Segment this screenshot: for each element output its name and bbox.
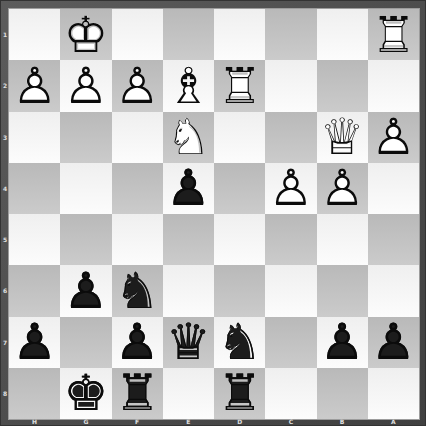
square-g3[interactable] [60, 112, 111, 163]
white-pawn-glyph: ♟ [60, 60, 111, 111]
square-b8[interactable] [317, 368, 368, 419]
square-g4[interactable] [60, 163, 111, 214]
square-g5[interactable] [60, 214, 111, 265]
black-pawn-glyph: ♟ [60, 265, 111, 316]
square-c2[interactable] [265, 60, 316, 111]
rank-label-4: 4 [1, 163, 9, 214]
square-f4[interactable] [112, 163, 163, 214]
file-label-c: C [265, 417, 316, 425]
square-h7[interactable]: ♟♙ [9, 317, 60, 368]
black-king[interactable]: ♚♔ [60, 368, 111, 419]
square-c7[interactable] [265, 317, 316, 368]
square-f7[interactable]: ♟♙ [112, 317, 163, 368]
square-a5[interactable] [368, 214, 419, 265]
square-d1[interactable] [214, 9, 265, 60]
rank-label-1: 1 [1, 9, 9, 60]
white-pawn-outline: ♙ [60, 60, 111, 111]
white-pawn[interactable]: ♟♙ [9, 60, 60, 111]
white-knight[interactable]: ♞♘ [163, 112, 214, 163]
square-a4[interactable] [368, 163, 419, 214]
black-pawn[interactable]: ♟♙ [9, 317, 60, 368]
square-e3[interactable]: ♞♘ [163, 112, 214, 163]
rank-label-7: 7 [1, 317, 9, 368]
black-knight-outline: ♘ [214, 317, 265, 368]
square-h2[interactable]: ♟♙ [9, 60, 60, 111]
file-label-e: E [163, 417, 214, 425]
black-king-outline: ♔ [60, 368, 111, 419]
black-pawn-outline: ♙ [368, 317, 419, 368]
white-rook-glyph: ♜ [368, 9, 419, 60]
black-pawn[interactable]: ♟♙ [368, 317, 419, 368]
square-c8[interactable] [265, 368, 316, 419]
square-a8[interactable] [368, 368, 419, 419]
black-pawn[interactable]: ♟♙ [60, 265, 111, 316]
square-f8[interactable]: ♜♖ [112, 368, 163, 419]
black-knight-glyph: ♞ [112, 265, 163, 316]
square-h3[interactable] [9, 112, 60, 163]
file-label-g: G [60, 417, 111, 425]
white-pawn-outline: ♙ [317, 163, 368, 214]
rank-label-3: 3 [1, 112, 9, 163]
white-bishop-glyph: ♝ [163, 60, 214, 111]
square-f5[interactable] [112, 214, 163, 265]
square-d4[interactable] [214, 163, 265, 214]
black-knight[interactable]: ♞♘ [214, 317, 265, 368]
square-b3[interactable]: ♛♕ [317, 112, 368, 163]
black-rook-glyph: ♜ [214, 368, 265, 419]
black-queen[interactable]: ♛♕ [163, 317, 214, 368]
square-h8[interactable] [9, 368, 60, 419]
square-d8[interactable]: ♜♖ [214, 368, 265, 419]
white-pawn-glyph: ♟ [112, 60, 163, 111]
square-e5[interactable] [163, 214, 214, 265]
square-c6[interactable] [265, 265, 316, 316]
square-f1[interactable] [112, 9, 163, 60]
black-pawn-glyph: ♟ [317, 317, 368, 368]
rank-label-8: 8 [1, 368, 9, 419]
square-b1[interactable] [317, 9, 368, 60]
white-bishop[interactable]: ♝♗ [163, 60, 214, 111]
square-h5[interactable] [9, 214, 60, 265]
square-b7[interactable]: ♟♙ [317, 317, 368, 368]
black-knight-glyph: ♞ [214, 317, 265, 368]
black-rook[interactable]: ♜♖ [214, 368, 265, 419]
black-queen-outline: ♕ [163, 317, 214, 368]
white-pawn[interactable]: ♟♙ [112, 60, 163, 111]
white-queen-outline: ♕ [317, 112, 368, 163]
white-pawn-outline: ♙ [265, 163, 316, 214]
white-rook[interactable]: ♜♖ [214, 60, 265, 111]
square-a3[interactable]: ♟♙ [368, 112, 419, 163]
square-g8[interactable]: ♚♔ [60, 368, 111, 419]
rank-label-6: 6 [1, 265, 9, 316]
white-king[interactable]: ♚♔ [60, 9, 111, 60]
black-pawn-glyph: ♟ [163, 163, 214, 214]
white-pawn[interactable]: ♟♙ [317, 163, 368, 214]
square-e4[interactable]: ♟♙ [163, 163, 214, 214]
square-d5[interactable] [214, 214, 265, 265]
square-h6[interactable] [9, 265, 60, 316]
file-label-d: D [214, 417, 265, 425]
rank-label-2: 2 [1, 60, 9, 111]
file-label-b: B [317, 417, 368, 425]
white-pawn[interactable]: ♟♙ [368, 112, 419, 163]
white-pawn-glyph: ♟ [9, 60, 60, 111]
square-h4[interactable] [9, 163, 60, 214]
file-label-f: F [112, 417, 163, 425]
square-e8[interactable] [163, 368, 214, 419]
white-pawn[interactable]: ♟♙ [265, 163, 316, 214]
square-c1[interactable] [265, 9, 316, 60]
white-rook-outline: ♖ [368, 9, 419, 60]
white-rook[interactable]: ♜♖ [368, 9, 419, 60]
black-pawn[interactable]: ♟♙ [317, 317, 368, 368]
square-a7[interactable]: ♟♙ [368, 317, 419, 368]
white-rook-glyph: ♜ [214, 60, 265, 111]
file-label-a: A [368, 417, 419, 425]
square-a2[interactable] [368, 60, 419, 111]
white-knight-glyph: ♞ [163, 112, 214, 163]
black-pawn-glyph: ♟ [112, 317, 163, 368]
black-knight-outline: ♘ [112, 265, 163, 316]
square-h1[interactable] [9, 9, 60, 60]
square-e2[interactable]: ♝♗ [163, 60, 214, 111]
black-rook-outline: ♖ [214, 368, 265, 419]
white-pawn-outline: ♙ [368, 112, 419, 163]
square-b2[interactable] [317, 60, 368, 111]
black-pawn-glyph: ♟ [9, 317, 60, 368]
black-queen-glyph: ♛ [163, 317, 214, 368]
square-b4[interactable]: ♟♙ [317, 163, 368, 214]
square-d3[interactable] [214, 112, 265, 163]
white-king-outline: ♔ [60, 9, 111, 60]
square-f3[interactable] [112, 112, 163, 163]
black-rook-outline: ♖ [112, 368, 163, 419]
black-pawn-outline: ♙ [9, 317, 60, 368]
square-f6[interactable]: ♞♘ [112, 265, 163, 316]
white-pawn-outline: ♙ [112, 60, 163, 111]
square-c4[interactable]: ♟♙ [265, 163, 316, 214]
square-e1[interactable] [163, 9, 214, 60]
white-king-glyph: ♚ [60, 9, 111, 60]
white-pawn-glyph: ♟ [317, 163, 368, 214]
black-pawn[interactable]: ♟♙ [112, 317, 163, 368]
white-queen[interactable]: ♛♕ [317, 112, 368, 163]
square-a6[interactable] [368, 265, 419, 316]
square-c3[interactable] [265, 112, 316, 163]
black-pawn-outline: ♙ [60, 265, 111, 316]
square-d7[interactable]: ♞♘ [214, 317, 265, 368]
black-pawn[interactable]: ♟♙ [163, 163, 214, 214]
black-rook[interactable]: ♜♖ [112, 368, 163, 419]
black-pawn-outline: ♙ [317, 317, 368, 368]
chess-board-frame: ♚♔♜♖♟♙♟♙♟♙♝♗♜♖♞♘♛♕♟♙♟♙♟♙♟♙♟♙♞♘♟♙♟♙♛♕♞♘♟♙… [0, 0, 426, 426]
black-knight[interactable]: ♞♘ [112, 265, 163, 316]
white-bishop-outline: ♗ [163, 60, 214, 111]
rank-label-5: 5 [1, 214, 9, 265]
black-pawn-glyph: ♟ [368, 317, 419, 368]
square-e6[interactable] [163, 265, 214, 316]
square-d2[interactable]: ♜♖ [214, 60, 265, 111]
file-labels: HGFEDCBA [9, 417, 419, 425]
white-queen-glyph: ♛ [317, 112, 368, 163]
white-pawn-glyph: ♟ [368, 112, 419, 163]
white-pawn-glyph: ♟ [265, 163, 316, 214]
file-label-h: H [9, 417, 60, 425]
rank-labels: 12345678 [1, 9, 9, 419]
black-pawn-outline: ♙ [163, 163, 214, 214]
square-g1[interactable]: ♚♔ [60, 9, 111, 60]
chess-board: ♚♔♜♖♟♙♟♙♟♙♝♗♜♖♞♘♛♕♟♙♟♙♟♙♟♙♟♙♞♘♟♙♟♙♛♕♞♘♟♙… [8, 8, 420, 420]
square-e7[interactable]: ♛♕ [163, 317, 214, 368]
square-d6[interactable] [214, 265, 265, 316]
white-knight-outline: ♘ [163, 112, 214, 163]
black-rook-glyph: ♜ [112, 368, 163, 419]
square-b6[interactable] [317, 265, 368, 316]
square-g6[interactable]: ♟♙ [60, 265, 111, 316]
square-a1[interactable]: ♜♖ [368, 9, 419, 60]
white-rook-outline: ♖ [214, 60, 265, 111]
black-pawn-outline: ♙ [112, 317, 163, 368]
square-f2[interactable]: ♟♙ [112, 60, 163, 111]
square-g7[interactable] [60, 317, 111, 368]
square-c5[interactable] [265, 214, 316, 265]
square-b5[interactable] [317, 214, 368, 265]
white-pawn[interactable]: ♟♙ [60, 60, 111, 111]
white-pawn-outline: ♙ [9, 60, 60, 111]
black-king-glyph: ♚ [60, 368, 111, 419]
square-g2[interactable]: ♟♙ [60, 60, 111, 111]
